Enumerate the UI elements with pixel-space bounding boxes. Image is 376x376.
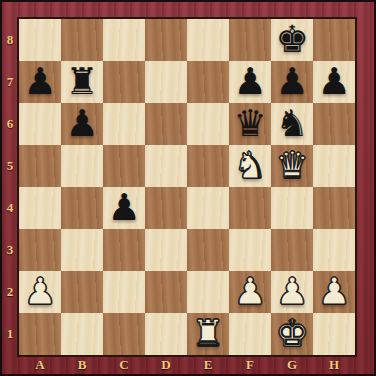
piece-black-pawn[interactable]: ♟ — [61, 103, 103, 145]
square-b6[interactable]: ♟ — [61, 103, 103, 145]
square-c1[interactable] — [103, 313, 145, 355]
square-b1[interactable] — [61, 313, 103, 355]
rank-label-2: 2 — [2, 271, 18, 313]
square-b2[interactable] — [61, 271, 103, 313]
square-h5[interactable] — [313, 145, 355, 187]
square-d7[interactable] — [145, 61, 187, 103]
square-a8[interactable] — [19, 19, 61, 61]
rank-label-1: 1 — [2, 313, 18, 355]
square-a4[interactable] — [19, 187, 61, 229]
piece-black-pawn[interactable]: ♟ — [271, 61, 313, 103]
square-g6[interactable]: ♞ — [271, 103, 313, 145]
square-c2[interactable] — [103, 271, 145, 313]
square-h4[interactable] — [313, 187, 355, 229]
square-d8[interactable] — [145, 19, 187, 61]
square-g7[interactable]: ♟ — [271, 61, 313, 103]
square-f8[interactable] — [229, 19, 271, 61]
rank-label-4: 4 — [2, 187, 18, 229]
square-d1[interactable] — [145, 313, 187, 355]
piece-white-rook[interactable]: ♜ — [187, 313, 229, 355]
square-a1[interactable] — [19, 313, 61, 355]
square-c4[interactable]: ♟ — [103, 187, 145, 229]
square-b5[interactable] — [61, 145, 103, 187]
square-g5[interactable]: ♛ — [271, 145, 313, 187]
square-f3[interactable] — [229, 229, 271, 271]
square-d3[interactable] — [145, 229, 187, 271]
square-f1[interactable] — [229, 313, 271, 355]
square-e4[interactable] — [187, 187, 229, 229]
piece-black-king[interactable]: ♚ — [271, 19, 313, 61]
square-e5[interactable] — [187, 145, 229, 187]
rank-label-8: 8 — [2, 19, 18, 61]
square-h8[interactable] — [313, 19, 355, 61]
piece-white-pawn[interactable]: ♟ — [313, 271, 355, 313]
square-c3[interactable] — [103, 229, 145, 271]
square-c8[interactable] — [103, 19, 145, 61]
square-g8[interactable]: ♚ — [271, 19, 313, 61]
piece-white-pawn[interactable]: ♟ — [19, 271, 61, 313]
chess-board: ♚♟♜♟♟♟♟♛♞♞♛♟♟♟♟♟♜♚ — [19, 19, 355, 355]
square-a2[interactable]: ♟ — [19, 271, 61, 313]
file-label-d: D — [145, 355, 187, 375]
square-h3[interactable] — [313, 229, 355, 271]
square-e2[interactable] — [187, 271, 229, 313]
square-d4[interactable] — [145, 187, 187, 229]
square-g2[interactable]: ♟ — [271, 271, 313, 313]
piece-black-pawn[interactable]: ♟ — [313, 61, 355, 103]
square-b4[interactable] — [61, 187, 103, 229]
square-b8[interactable] — [61, 19, 103, 61]
file-label-f: F — [229, 355, 271, 375]
square-h1[interactable] — [313, 313, 355, 355]
file-label-e: E — [187, 355, 229, 375]
square-b7[interactable]: ♜ — [61, 61, 103, 103]
file-label-h: H — [313, 355, 355, 375]
piece-black-pawn[interactable]: ♟ — [103, 187, 145, 229]
piece-black-pawn[interactable]: ♟ — [19, 61, 61, 103]
file-label-c: C — [103, 355, 145, 375]
rank-label-7: 7 — [2, 61, 18, 103]
square-a6[interactable] — [19, 103, 61, 145]
square-a7[interactable]: ♟ — [19, 61, 61, 103]
piece-white-king[interactable]: ♚ — [271, 313, 313, 355]
file-label-b: B — [61, 355, 103, 375]
file-label-g: G — [271, 355, 313, 375]
square-f2[interactable]: ♟ — [229, 271, 271, 313]
piece-white-pawn[interactable]: ♟ — [271, 271, 313, 313]
piece-black-pawn[interactable]: ♟ — [229, 61, 271, 103]
square-g3[interactable] — [271, 229, 313, 271]
file-label-a: A — [19, 355, 61, 375]
square-f4[interactable] — [229, 187, 271, 229]
piece-black-knight[interactable]: ♞ — [271, 103, 313, 145]
square-a3[interactable] — [19, 229, 61, 271]
square-g1[interactable]: ♚ — [271, 313, 313, 355]
piece-white-queen[interactable]: ♛ — [271, 145, 313, 187]
square-e8[interactable] — [187, 19, 229, 61]
square-d6[interactable] — [145, 103, 187, 145]
square-e7[interactable] — [187, 61, 229, 103]
rank-label-6: 6 — [2, 103, 18, 145]
square-f6[interactable]: ♛ — [229, 103, 271, 145]
square-h7[interactable]: ♟ — [313, 61, 355, 103]
square-b3[interactable] — [61, 229, 103, 271]
rank-label-5: 5 — [2, 145, 18, 187]
square-h6[interactable] — [313, 103, 355, 145]
square-a5[interactable] — [19, 145, 61, 187]
rank-label-3: 3 — [2, 229, 18, 271]
chess-diagram: ♚♟♜♟♟♟♟♛♞♞♛♟♟♟♟♟♜♚ 87654321ABCDEFGH — [0, 0, 376, 376]
square-e6[interactable] — [187, 103, 229, 145]
square-e1[interactable]: ♜ — [187, 313, 229, 355]
square-c7[interactable] — [103, 61, 145, 103]
square-d2[interactable] — [145, 271, 187, 313]
square-g4[interactable] — [271, 187, 313, 229]
square-c6[interactable] — [103, 103, 145, 145]
piece-black-rook[interactable]: ♜ — [61, 61, 103, 103]
square-d5[interactable] — [145, 145, 187, 187]
square-f7[interactable]: ♟ — [229, 61, 271, 103]
piece-white-pawn[interactable]: ♟ — [229, 271, 271, 313]
square-h2[interactable]: ♟ — [313, 271, 355, 313]
square-f5[interactable]: ♞ — [229, 145, 271, 187]
square-e3[interactable] — [187, 229, 229, 271]
piece-black-queen[interactable]: ♛ — [229, 103, 271, 145]
piece-white-knight[interactable]: ♞ — [229, 145, 271, 187]
square-c5[interactable] — [103, 145, 145, 187]
